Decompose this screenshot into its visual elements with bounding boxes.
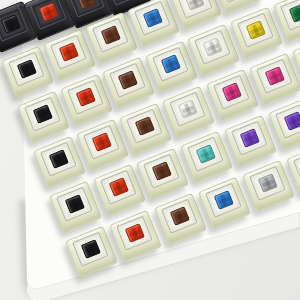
white-stem (203, 37, 223, 57)
switch-r5c4-silver-stem (242, 160, 295, 212)
clear-stem (184, 0, 204, 12)
red-stem (108, 178, 128, 198)
switch-top-housing (231, 120, 268, 155)
switch-top-housing (24, 97, 61, 132)
silver-stem (257, 173, 277, 193)
red-stem (38, 2, 58, 22)
switch-top-housing (218, 0, 255, 2)
black-stem (80, 239, 100, 259)
purple-stem (239, 128, 259, 148)
black-stem (32, 104, 52, 124)
switch-top-housing (275, 104, 300, 139)
switch-r5c1-red-stem (109, 209, 162, 261)
red-stem (124, 223, 144, 243)
switch-top-housing (8, 52, 45, 87)
black-stem (16, 59, 36, 79)
switch-r4c2-brown-stem (136, 148, 189, 200)
switch-r5c3-blue-stem (198, 176, 251, 228)
switch-r3c1-red-stem (76, 119, 129, 171)
switch-r3c2-brown-stem (119, 102, 172, 154)
brown-stem (76, 0, 96, 10)
switch-top-housing (30, 0, 67, 30)
green-stem (288, 3, 300, 23)
switch-top-housing (109, 63, 146, 98)
switch-top-housing (187, 137, 224, 172)
black-stem (48, 149, 68, 169)
switch-top-housing (237, 13, 274, 48)
switch-r4c0-black-stem (49, 181, 102, 233)
switch-r4c1-red-stem (93, 164, 146, 216)
pink-stem (221, 82, 241, 102)
switch-top-housing (205, 182, 242, 217)
switch-top-housing (169, 92, 206, 127)
switch-top-housing (194, 30, 231, 65)
yellow-stem (245, 20, 265, 40)
violet-stem (283, 111, 300, 131)
switch-r2c1-red-stem (60, 74, 113, 126)
switch-top-housing (50, 35, 87, 70)
switch-top-housing (126, 108, 163, 143)
switch-field (0, 0, 300, 300)
switch-top-housing (280, 0, 300, 31)
switch-top-housing (67, 80, 104, 115)
switch-top-housing (213, 75, 250, 110)
switch-r3c4-pink-stem (206, 69, 259, 121)
switch-top-housing (176, 0, 213, 19)
switch-r5c0-black-stem (65, 226, 118, 278)
blue-stem (142, 9, 162, 29)
switch-r5c2-brown-stem (154, 193, 207, 245)
brown-stem (100, 25, 120, 45)
switch-r4c4-purple-stem (224, 114, 277, 166)
switch-r2c0-black-stem (17, 91, 70, 143)
white-stem (178, 99, 198, 119)
red-stem (58, 42, 78, 62)
switch-top-housing (249, 166, 286, 201)
switch-r3c5-pink-stem (249, 52, 300, 104)
switch-r1c3-blue-stem (127, 0, 180, 48)
photo-scene (0, 0, 300, 300)
blue-stem (213, 190, 233, 210)
blue-stem (160, 54, 180, 74)
switch-top-housing (161, 199, 198, 234)
switch-top-housing (293, 149, 300, 184)
black-stem (0, 14, 20, 34)
switch-r2c2-brown-stem (102, 57, 155, 109)
switch-top-housing (152, 46, 189, 81)
red-stem (75, 87, 95, 107)
switch-top-housing (68, 0, 105, 18)
brown-stem (169, 206, 189, 226)
switch-top-housing (56, 187, 93, 222)
switch-top-housing (134, 1, 171, 36)
switch-r2c5-yellow-stem (230, 7, 283, 59)
switch-top-housing (40, 142, 77, 177)
black-stem (64, 194, 84, 214)
switch-top-housing (92, 18, 129, 53)
switch-top-housing (116, 215, 153, 250)
pink-stem (264, 66, 284, 86)
switch-top-housing (0, 7, 29, 42)
switch-top-housing (143, 154, 180, 189)
brown-stem (117, 71, 137, 91)
switch-r3c3-white-stem (162, 86, 215, 138)
switch-r4c3-teal-stem (180, 131, 233, 183)
switch-top-housing (100, 170, 137, 205)
teal-stem (195, 144, 215, 164)
switch-r2c4-white-stem (187, 24, 240, 76)
switch-r3c0-black-stem (33, 136, 86, 188)
brown-stem (152, 161, 172, 181)
switch-top-housing (299, 42, 300, 77)
brown-stem (134, 116, 154, 136)
switch-top-housing (83, 125, 120, 160)
switch-top-housing (256, 58, 293, 93)
red-stem (91, 133, 111, 153)
switch-top-housing (72, 232, 109, 267)
